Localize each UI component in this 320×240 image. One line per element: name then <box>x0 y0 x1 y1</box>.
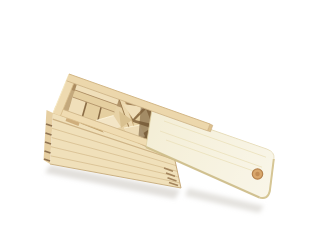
blocks-box-scene <box>40 16 280 240</box>
lid-knot <box>252 169 262 179</box>
product-photo: Product photo on a white background: a r… <box>40 16 280 240</box>
